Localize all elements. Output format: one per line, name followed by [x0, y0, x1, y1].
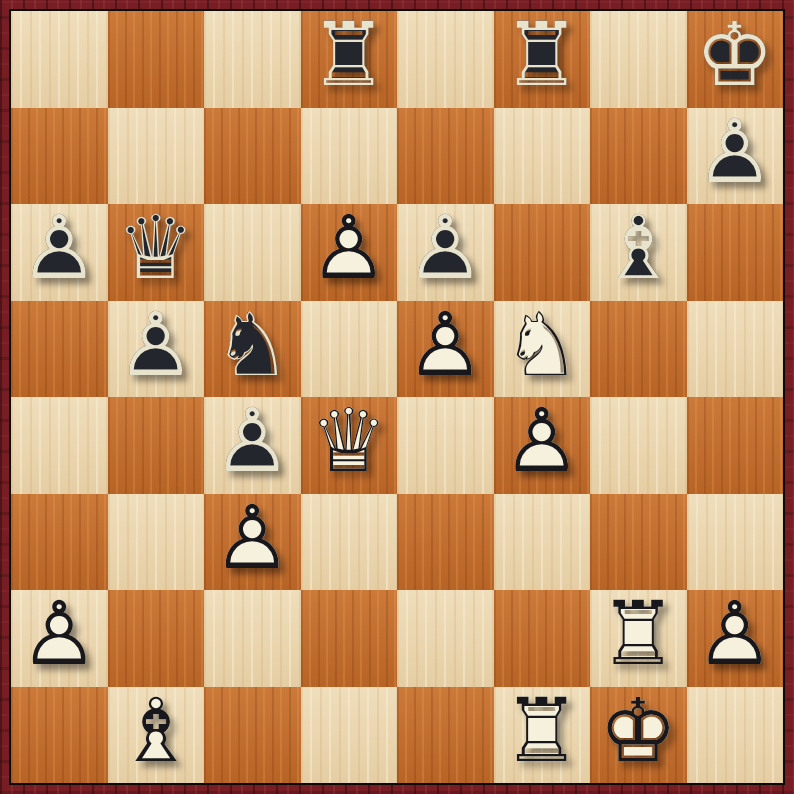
pawn-outline-icon: ♙ — [406, 301, 485, 389]
pawn-outline-icon: ♙ — [695, 108, 774, 196]
queen-outline-icon: ♕ — [116, 205, 195, 293]
square-e2[interactable] — [397, 590, 494, 687]
square-g3[interactable] — [590, 494, 687, 591]
piece-white-knight[interactable]: ♞♘ — [494, 301, 591, 398]
square-d2[interactable] — [301, 590, 398, 687]
square-b8[interactable] — [108, 11, 205, 108]
square-c6[interactable] — [204, 204, 301, 301]
square-g7[interactable] — [590, 108, 687, 205]
square-c2[interactable] — [204, 590, 301, 687]
board-inner-border: ♜♖♜♖♚♔♟♙♟♙♛♕♟♙♟♙♝♗♟♙♞♘♟♙♞♘♟♙♛♕♟♙♟♙♟♙♜♖♟♙… — [9, 9, 785, 785]
king-outline-icon: ♔ — [599, 687, 678, 775]
square-a8[interactable] — [11, 11, 108, 108]
square-a1[interactable] — [11, 687, 108, 784]
knight-outline-icon: ♘ — [213, 301, 292, 389]
piece-white-pawn[interactable]: ♟♙ — [11, 590, 108, 687]
square-b4[interactable] — [108, 397, 205, 494]
piece-white-bishop[interactable]: ♝♗ — [108, 687, 205, 784]
square-f8[interactable]: ♜♖ — [494, 11, 591, 108]
pawn-outline-icon: ♙ — [309, 205, 388, 293]
square-d3[interactable] — [301, 494, 398, 591]
piece-black-pawn[interactable]: ♟♙ — [687, 108, 784, 205]
piece-white-pawn[interactable]: ♟♙ — [301, 204, 398, 301]
square-c5[interactable]: ♞♘ — [204, 301, 301, 398]
pawn-outline-icon: ♙ — [213, 494, 292, 582]
square-h4[interactable] — [687, 397, 784, 494]
square-b1[interactable]: ♝♗ — [108, 687, 205, 784]
square-a2[interactable]: ♟♙ — [11, 590, 108, 687]
square-f4[interactable]: ♟♙ — [494, 397, 591, 494]
square-g1[interactable]: ♚♔ — [590, 687, 687, 784]
square-b6[interactable]: ♛♕ — [108, 204, 205, 301]
rook-outline-icon: ♖ — [599, 591, 678, 679]
square-d8[interactable]: ♜♖ — [301, 11, 398, 108]
square-a7[interactable] — [11, 108, 108, 205]
board-frame: ♜♖♜♖♚♔♟♙♟♙♛♕♟♙♟♙♝♗♟♙♞♘♟♙♞♘♟♙♛♕♟♙♟♙♟♙♜♖♟♙… — [0, 0, 794, 794]
square-d6[interactable]: ♟♙ — [301, 204, 398, 301]
square-h2[interactable]: ♟♙ — [687, 590, 784, 687]
rook-outline-icon: ♖ — [502, 687, 581, 775]
king-outline-icon: ♔ — [695, 12, 774, 100]
piece-black-pawn[interactable]: ♟♙ — [108, 301, 205, 398]
piece-black-pawn[interactable]: ♟♙ — [204, 397, 301, 494]
square-e8[interactable] — [397, 11, 494, 108]
square-a6[interactable]: ♟♙ — [11, 204, 108, 301]
pawn-outline-icon: ♙ — [116, 301, 195, 389]
queen-outline-icon: ♕ — [309, 398, 388, 486]
piece-white-pawn[interactable]: ♟♙ — [687, 590, 784, 687]
piece-white-king[interactable]: ♚♔ — [590, 687, 687, 784]
square-a5[interactable] — [11, 301, 108, 398]
piece-black-rook[interactable]: ♜♖ — [301, 11, 398, 108]
square-f6[interactable] — [494, 204, 591, 301]
square-h1[interactable] — [687, 687, 784, 784]
piece-black-knight[interactable]: ♞♘ — [204, 301, 301, 398]
pawn-outline-icon: ♙ — [213, 398, 292, 486]
square-h6[interactable] — [687, 204, 784, 301]
square-h5[interactable] — [687, 301, 784, 398]
square-d7[interactable] — [301, 108, 398, 205]
piece-black-queen[interactable]: ♛♕ — [108, 204, 205, 301]
square-g4[interactable] — [590, 397, 687, 494]
pawn-outline-icon: ♙ — [695, 591, 774, 679]
chess-board: ♜♖♜♖♚♔♟♙♟♙♛♕♟♙♟♙♝♗♟♙♞♘♟♙♞♘♟♙♛♕♟♙♟♙♟♙♜♖♟♙… — [11, 11, 783, 783]
square-d1[interactable] — [301, 687, 398, 784]
square-f7[interactable] — [494, 108, 591, 205]
square-e4[interactable] — [397, 397, 494, 494]
piece-white-rook[interactable]: ♜♖ — [590, 590, 687, 687]
square-b5[interactable]: ♟♙ — [108, 301, 205, 398]
piece-white-pawn[interactable]: ♟♙ — [204, 494, 301, 591]
square-f5[interactable]: ♞♘ — [494, 301, 591, 398]
square-g5[interactable] — [590, 301, 687, 398]
piece-black-pawn[interactable]: ♟♙ — [397, 204, 494, 301]
knight-outline-icon: ♘ — [502, 301, 581, 389]
square-g6[interactable]: ♝♗ — [590, 204, 687, 301]
square-e7[interactable] — [397, 108, 494, 205]
pawn-outline-icon: ♙ — [20, 591, 99, 679]
square-h3[interactable] — [687, 494, 784, 591]
piece-white-pawn[interactable]: ♟♙ — [397, 301, 494, 398]
square-f1[interactable]: ♜♖ — [494, 687, 591, 784]
square-c4[interactable]: ♟♙ — [204, 397, 301, 494]
square-b2[interactable] — [108, 590, 205, 687]
rook-outline-icon: ♖ — [309, 12, 388, 100]
bishop-outline-icon: ♗ — [116, 687, 195, 775]
square-c3[interactable]: ♟♙ — [204, 494, 301, 591]
square-f2[interactable] — [494, 590, 591, 687]
piece-white-pawn[interactable]: ♟♙ — [494, 397, 591, 494]
square-h7[interactable]: ♟♙ — [687, 108, 784, 205]
piece-white-queen[interactable]: ♛♕ — [301, 397, 398, 494]
piece-black-pawn[interactable]: ♟♙ — [11, 204, 108, 301]
piece-white-rook[interactable]: ♜♖ — [494, 687, 591, 784]
square-a3[interactable] — [11, 494, 108, 591]
square-d4[interactable]: ♛♕ — [301, 397, 398, 494]
pawn-outline-icon: ♙ — [406, 205, 485, 293]
square-e3[interactable] — [397, 494, 494, 591]
square-f3[interactable] — [494, 494, 591, 591]
square-e6[interactable]: ♟♙ — [397, 204, 494, 301]
rook-outline-icon: ♖ — [502, 12, 581, 100]
piece-black-bishop[interactable]: ♝♗ — [590, 204, 687, 301]
bishop-outline-icon: ♗ — [599, 205, 678, 293]
square-g2[interactable]: ♜♖ — [590, 590, 687, 687]
piece-black-rook[interactable]: ♜♖ — [494, 11, 591, 108]
square-g8[interactable] — [590, 11, 687, 108]
square-c8[interactable] — [204, 11, 301, 108]
square-a4[interactable] — [11, 397, 108, 494]
square-e1[interactable] — [397, 687, 494, 784]
square-e5[interactable]: ♟♙ — [397, 301, 494, 398]
square-d5[interactable] — [301, 301, 398, 398]
square-c7[interactable] — [204, 108, 301, 205]
square-b3[interactable] — [108, 494, 205, 591]
piece-black-king[interactable]: ♚♔ — [687, 11, 784, 108]
square-b7[interactable] — [108, 108, 205, 205]
pawn-outline-icon: ♙ — [20, 205, 99, 293]
pawn-outline-icon: ♙ — [502, 398, 581, 486]
square-h8[interactable]: ♚♔ — [687, 11, 784, 108]
square-c1[interactable] — [204, 687, 301, 784]
